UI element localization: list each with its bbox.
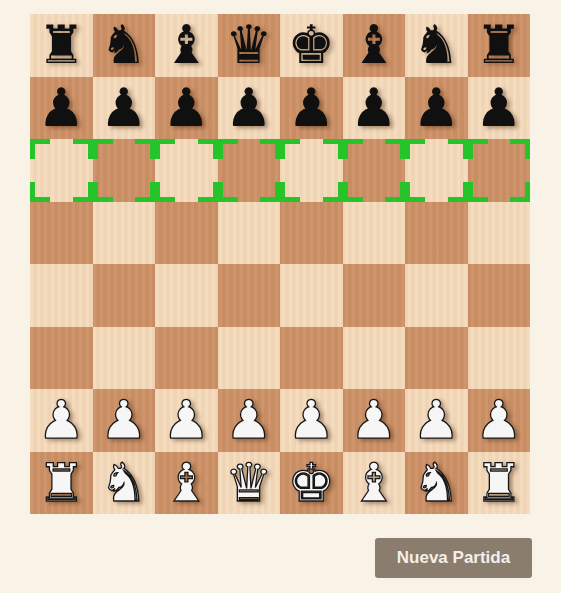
highlight-corner-tr: [385, 139, 405, 159]
piece-white-pawn[interactable]: ♟: [287, 389, 335, 451]
square-a7[interactable]: ♟: [30, 77, 93, 140]
square-g1[interactable]: ♞: [405, 452, 468, 515]
piece-white-rook[interactable]: ♜: [475, 452, 523, 514]
highlight-corner-bl: [155, 182, 175, 202]
square-b6[interactable]: [93, 139, 156, 202]
square-e2[interactable]: ♟: [280, 389, 343, 452]
piece-black-pawn[interactable]: ♟: [412, 77, 460, 139]
highlight-corner-tl: [280, 139, 300, 159]
highlight-corner-br: [323, 182, 343, 202]
piece-black-pawn[interactable]: ♟: [37, 77, 85, 139]
highlight-corner-tl: [155, 139, 175, 159]
piece-black-queen[interactable]: ♛: [225, 14, 273, 76]
piece-black-knight[interactable]: ♞: [100, 14, 148, 76]
piece-black-rook[interactable]: ♜: [37, 14, 85, 76]
square-f2[interactable]: ♟: [343, 389, 406, 452]
highlight-corner-bl: [30, 182, 50, 202]
highlight-corner-br: [73, 182, 93, 202]
square-b4[interactable]: [93, 264, 156, 327]
piece-white-king[interactable]: ♚: [287, 452, 335, 514]
square-c8[interactable]: ♝: [155, 14, 218, 77]
highlight-corner-bl: [343, 182, 363, 202]
piece-black-pawn[interactable]: ♟: [225, 77, 273, 139]
square-e4[interactable]: [280, 264, 343, 327]
square-e3[interactable]: [280, 327, 343, 390]
square-g4[interactable]: [405, 264, 468, 327]
square-d5[interactable]: [218, 202, 281, 265]
square-f3[interactable]: [343, 327, 406, 390]
square-a1[interactable]: ♜: [30, 452, 93, 515]
highlight-corner-bl: [218, 182, 238, 202]
highlight-corner-bl: [405, 182, 425, 202]
square-b7[interactable]: ♟: [93, 77, 156, 140]
highlight-corner-bl: [93, 182, 113, 202]
highlight-corner-tr: [135, 139, 155, 159]
piece-black-rook[interactable]: ♜: [475, 14, 523, 76]
piece-black-pawn[interactable]: ♟: [100, 77, 148, 139]
piece-black-pawn[interactable]: ♟: [475, 77, 523, 139]
square-g5[interactable]: [405, 202, 468, 265]
new-game-button[interactable]: Nueva Partida: [375, 538, 532, 578]
piece-white-bishop[interactable]: ♝: [162, 452, 210, 514]
square-f8[interactable]: ♝: [343, 14, 406, 77]
move-highlight: [30, 139, 93, 202]
piece-white-queen[interactable]: ♛: [225, 452, 273, 514]
square-d7[interactable]: ♟: [218, 77, 281, 140]
square-a8[interactable]: ♜: [30, 14, 93, 77]
square-h1[interactable]: ♜: [468, 452, 531, 515]
move-highlight: [468, 139, 531, 202]
square-h3[interactable]: [468, 327, 531, 390]
move-highlight: [155, 139, 218, 202]
square-h7[interactable]: ♟: [468, 77, 531, 140]
piece-black-king[interactable]: ♚: [287, 14, 335, 76]
piece-white-pawn[interactable]: ♟: [37, 389, 85, 451]
highlight-corner-tl: [30, 139, 50, 159]
square-h6[interactable]: [468, 139, 531, 202]
square-e6[interactable]: [280, 139, 343, 202]
highlight-corner-br: [448, 182, 468, 202]
square-d3[interactable]: [218, 327, 281, 390]
square-d1[interactable]: ♛: [218, 452, 281, 515]
highlight-corner-br: [385, 182, 405, 202]
piece-white-bishop[interactable]: ♝: [350, 452, 398, 514]
highlight-corner-tr: [510, 139, 530, 159]
highlight-corner-tr: [198, 139, 218, 159]
highlight-corner-tl: [343, 139, 363, 159]
square-h8[interactable]: ♜: [468, 14, 531, 77]
piece-white-pawn[interactable]: ♟: [225, 389, 273, 451]
piece-white-pawn[interactable]: ♟: [100, 389, 148, 451]
chess-board: ♜♞♝♛♚♝♞♜♟♟♟♟♟♟♟♟♟♟♟♟♟♟♟♟♜♞♝♛♚♝♞♜: [30, 14, 530, 514]
square-b2[interactable]: ♟: [93, 389, 156, 452]
square-b1[interactable]: ♞: [93, 452, 156, 515]
square-b3[interactable]: [93, 327, 156, 390]
square-a4[interactable]: [30, 264, 93, 327]
highlight-corner-bl: [280, 182, 300, 202]
piece-white-knight[interactable]: ♞: [100, 452, 148, 514]
piece-white-knight[interactable]: ♞: [412, 452, 460, 514]
square-c3[interactable]: [155, 327, 218, 390]
square-g6[interactable]: [405, 139, 468, 202]
app-screen: ♜♞♝♛♚♝♞♜♟♟♟♟♟♟♟♟♟♟♟♟♟♟♟♟♜♞♝♛♚♝♞♜ Nueva P…: [0, 0, 561, 593]
square-c7[interactable]: ♟: [155, 77, 218, 140]
square-h4[interactable]: [468, 264, 531, 327]
square-d8[interactable]: ♛: [218, 14, 281, 77]
square-f5[interactable]: [343, 202, 406, 265]
highlight-corner-tl: [218, 139, 238, 159]
square-b5[interactable]: [93, 202, 156, 265]
highlight-corner-br: [510, 182, 530, 202]
move-highlight: [405, 139, 468, 202]
square-g2[interactable]: ♟: [405, 389, 468, 452]
highlight-corner-tl: [468, 139, 488, 159]
highlight-corner-br: [135, 182, 155, 202]
square-b8[interactable]: ♞: [93, 14, 156, 77]
piece-black-pawn[interactable]: ♟: [350, 77, 398, 139]
square-c1[interactable]: ♝: [155, 452, 218, 515]
piece-white-pawn[interactable]: ♟: [162, 389, 210, 451]
piece-black-pawn[interactable]: ♟: [162, 77, 210, 139]
highlight-corner-br: [198, 182, 218, 202]
square-e1[interactable]: ♚: [280, 452, 343, 515]
square-h5[interactable]: [468, 202, 531, 265]
piece-black-pawn[interactable]: ♟: [287, 77, 335, 139]
move-highlight: [218, 139, 281, 202]
piece-black-knight[interactable]: ♞: [412, 14, 460, 76]
highlight-corner-tr: [448, 139, 468, 159]
square-f7[interactable]: ♟: [343, 77, 406, 140]
square-c5[interactable]: [155, 202, 218, 265]
highlight-corner-bl: [468, 182, 488, 202]
square-f1[interactable]: ♝: [343, 452, 406, 515]
square-f4[interactable]: [343, 264, 406, 327]
square-e7[interactable]: ♟: [280, 77, 343, 140]
piece-black-bishop[interactable]: ♝: [350, 14, 398, 76]
square-g8[interactable]: ♞: [405, 14, 468, 77]
square-d4[interactable]: [218, 264, 281, 327]
square-a2[interactable]: ♟: [30, 389, 93, 452]
square-c6[interactable]: [155, 139, 218, 202]
highlight-corner-tl: [93, 139, 113, 159]
highlight-corner-tl: [405, 139, 425, 159]
square-h2[interactable]: ♟: [468, 389, 531, 452]
move-highlight: [343, 139, 406, 202]
square-c4[interactable]: [155, 264, 218, 327]
highlight-corner-tr: [323, 139, 343, 159]
piece-white-pawn[interactable]: ♟: [350, 389, 398, 451]
square-d6[interactable]: [218, 139, 281, 202]
square-d2[interactable]: ♟: [218, 389, 281, 452]
move-highlight: [93, 139, 156, 202]
square-a3[interactable]: [30, 327, 93, 390]
square-g7[interactable]: ♟: [405, 77, 468, 140]
square-e8[interactable]: ♚: [280, 14, 343, 77]
square-f6[interactable]: [343, 139, 406, 202]
piece-white-rook[interactable]: ♜: [37, 452, 85, 514]
piece-black-bishop[interactable]: ♝: [162, 14, 210, 76]
piece-white-pawn[interactable]: ♟: [412, 389, 460, 451]
move-highlight: [280, 139, 343, 202]
square-a6[interactable]: [30, 139, 93, 202]
square-a5[interactable]: [30, 202, 93, 265]
highlight-corner-tr: [73, 139, 93, 159]
square-g3[interactable]: [405, 327, 468, 390]
square-c2[interactable]: ♟: [155, 389, 218, 452]
square-e5[interactable]: [280, 202, 343, 265]
piece-white-pawn[interactable]: ♟: [475, 389, 523, 451]
highlight-corner-tr: [260, 139, 280, 159]
highlight-corner-br: [260, 182, 280, 202]
